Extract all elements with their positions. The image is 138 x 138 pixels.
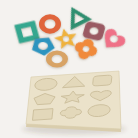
slot-grid bbox=[31, 74, 114, 121]
puzzle-photo bbox=[0, 0, 138, 138]
slot-rounded-square bbox=[92, 75, 112, 86]
slot-square bbox=[32, 109, 53, 121]
